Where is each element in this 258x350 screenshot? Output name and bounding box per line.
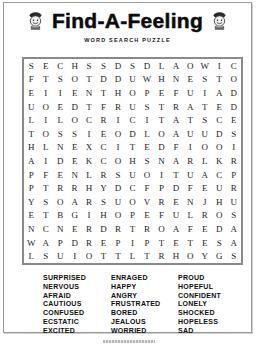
- grid-cell-r6c5: I: [82, 127, 96, 141]
- grid-cell-r3c12: U: [183, 86, 197, 100]
- grid-cell-r9c6: R: [96, 168, 110, 182]
- grid-cell-r12c10: F: [154, 209, 168, 223]
- grid-cell-r6c8: D: [125, 127, 139, 141]
- grid-cell-r3c15: D: [227, 86, 241, 100]
- grid-cell-r1c6: S: [96, 59, 110, 73]
- grid-cell-r10c7: D: [111, 181, 125, 195]
- grid-cell-r5c11: A: [169, 113, 183, 127]
- grid-cell-r7c4: E: [67, 141, 81, 155]
- grid-cell-r5c3: L: [53, 113, 67, 127]
- title-row: Find-A-Feeling: [4, 9, 251, 33]
- grid-cell-r13c4: E: [67, 222, 81, 236]
- word-worried: WORRIED: [111, 327, 160, 336]
- grid-cell-r11c6: S: [96, 195, 110, 209]
- grid-cell-r12c3: B: [53, 209, 67, 223]
- word-happy: HAPPY: [111, 283, 160, 292]
- grid-cell-r13c7: R: [111, 222, 125, 236]
- grid-cell-r13c11: A: [169, 222, 183, 236]
- grid-cell-r14c9: P: [140, 236, 154, 250]
- grid-cell-r9c10: I: [154, 168, 168, 182]
- grid-cell-r10c4: R: [67, 181, 81, 195]
- grid-cell-r5c4: O: [67, 113, 81, 127]
- grid-cell-r9c15: P: [227, 168, 241, 182]
- word-lonely: LONELY: [178, 300, 221, 309]
- grid-cell-r2c6: D: [96, 73, 110, 87]
- grid-cell-r2c2: T: [38, 73, 52, 87]
- grid-cell-r14c8: I: [125, 236, 139, 250]
- grid-cell-r3c13: I: [198, 86, 212, 100]
- grid-cell-r10c11: D: [169, 181, 183, 195]
- word-afraid: AFRAID: [43, 292, 86, 301]
- grid-cell-r15c4: I: [67, 249, 81, 263]
- grid-cell-r11c1: Y: [24, 195, 38, 209]
- grid-cell-r8c1: A: [24, 154, 38, 168]
- grid-cell-r15c12: O: [183, 249, 197, 263]
- grid-cell-r12c13: R: [198, 209, 212, 223]
- grid-cell-r4c10: T: [154, 100, 168, 114]
- grid-cell-r1c1: S: [24, 59, 38, 73]
- grid-cell-r2c3: S: [53, 73, 67, 87]
- grid-cell-r11c5: R: [82, 195, 96, 209]
- grid-cell-r15c8: L: [125, 249, 139, 263]
- word-frustrated: FRUSTRATED: [111, 300, 160, 309]
- page-title: Find-A-Feeling: [52, 9, 203, 33]
- grid-cell-r15c6: T: [96, 249, 110, 263]
- grid-cell-r4c8: U: [125, 100, 139, 114]
- grid-cell-r11c12: N: [183, 195, 197, 209]
- grid-cell-r6c9: L: [140, 127, 154, 141]
- word-cautious: CAUTIOUS: [43, 300, 86, 309]
- worksheet-page: Find-A-Feeling WORD SEARCH PUZZLE SECHSS…: [3, 2, 252, 333]
- grid-cell-r6c7: O: [111, 127, 125, 141]
- grid-cell-r12c6: H: [96, 209, 110, 223]
- detective-kid-icon: [27, 11, 44, 31]
- grid-cell-r15c11: H: [169, 249, 183, 263]
- grid-cell-r13c5: R: [82, 222, 96, 236]
- grid-cell-r1c11: A: [169, 59, 183, 73]
- grid-cell-r10c3: R: [53, 181, 67, 195]
- footer-fine-print: [103, 340, 155, 343]
- grid-cell-r14c5: R: [82, 236, 96, 250]
- grid-cell-r14c2: A: [38, 236, 52, 250]
- grid-cell-r10c14: U: [212, 181, 226, 195]
- grid-cell-r8c11: A: [169, 154, 183, 168]
- grid-cell-r13c15: A: [227, 222, 241, 236]
- grid-cell-r6c11: A: [169, 127, 183, 141]
- grid-cell-r12c7: O: [111, 209, 125, 223]
- word-shocked: SHOCKED: [178, 309, 221, 318]
- grid-cell-r13c13: E: [198, 222, 212, 236]
- grid-cell-r1c4: H: [67, 59, 81, 73]
- grid-cell-r7c12: I: [183, 141, 197, 155]
- grid-cell-r9c11: T: [169, 168, 183, 182]
- grid-cell-r15c2: S: [38, 249, 52, 263]
- grid-cell-r8c6: C: [96, 154, 110, 168]
- grid-cell-r14c11: E: [169, 236, 183, 250]
- grid-cell-r6c3: S: [53, 127, 67, 141]
- grid-cell-r4c2: O: [38, 100, 52, 114]
- grid-cell-r10c15: R: [227, 181, 241, 195]
- grid-cell-r12c14: O: [212, 209, 226, 223]
- grid-cell-r11c2: S: [38, 195, 52, 209]
- grid-cell-r3c6: T: [96, 86, 110, 100]
- grid-cell-r7c14: O: [212, 141, 226, 155]
- grid-cell-r4c3: E: [53, 100, 67, 114]
- grid-cell-r13c1: N: [24, 222, 38, 236]
- grid-cell-r7c5: X: [82, 141, 96, 155]
- grid-cell-r14c3: P: [53, 236, 67, 250]
- grid-cell-r1c8: S: [125, 59, 139, 73]
- grid-cell-r2c13: S: [198, 73, 212, 87]
- grid-cell-r14c4: D: [67, 236, 81, 250]
- grid-cell-r13c8: T: [125, 222, 139, 236]
- word-grid: SECHSSDSDLAOWICFTSOTDDUWHNESTOEIIENTHOPE…: [24, 59, 241, 263]
- grid-cell-r8c4: E: [67, 154, 81, 168]
- grid-cell-r6c10: O: [154, 127, 168, 141]
- grid-cell-r7c8: T: [125, 141, 139, 155]
- word-nervous: NERVOUS: [43, 283, 86, 292]
- grid-cell-r2c11: N: [169, 73, 183, 87]
- grid-cell-r1c12: O: [183, 59, 197, 73]
- grid-cell-r4c7: R: [111, 100, 125, 114]
- grid-cell-r6c1: T: [24, 127, 38, 141]
- grid-cell-r7c15: I: [227, 141, 241, 155]
- grid-cell-r9c3: E: [53, 168, 67, 182]
- grid-cell-r5c9: I: [140, 113, 154, 127]
- word-hopeless: HOPELESS: [178, 318, 221, 327]
- grid-cell-r10c9: F: [140, 181, 154, 195]
- grid-cell-r6c13: U: [198, 127, 212, 141]
- grid-cell-r9c13: A: [198, 168, 212, 182]
- grid-cell-r2c7: D: [111, 73, 125, 87]
- subtitle: WORD SEARCH PUZZLE: [4, 37, 251, 43]
- grid-cell-r5c7: I: [111, 113, 125, 127]
- grid-cell-r9c5: L: [82, 168, 96, 182]
- grid-cell-r8c14: K: [212, 154, 226, 168]
- grid-cell-r3c3: I: [53, 86, 67, 100]
- grid-cell-r15c1: L: [24, 249, 38, 263]
- grid-cell-r15c14: G: [212, 249, 226, 263]
- grid-cell-r7c9: E: [140, 141, 154, 155]
- grid-cell-r7c7: I: [111, 141, 125, 155]
- grid-cell-r14c1: W: [24, 236, 38, 250]
- grid-cell-r1c15: C: [227, 59, 241, 73]
- word-ecstatic: ECSTATIC: [43, 318, 86, 327]
- grid-cell-r14c14: S: [212, 236, 226, 250]
- grid-cell-r12c9: E: [140, 209, 154, 223]
- grid-cell-r3c11: F: [169, 86, 183, 100]
- grid-cell-r12c4: G: [67, 209, 81, 223]
- grid-cell-r11c14: H: [212, 195, 226, 209]
- grid-cell-r13c14: D: [212, 222, 226, 236]
- grid-cell-r12c15: S: [227, 209, 241, 223]
- grid-cell-r10c5: H: [82, 181, 96, 195]
- grid-cell-r15c5: O: [82, 249, 96, 263]
- grid-cell-r13c6: D: [96, 222, 110, 236]
- grid-cell-r9c2: F: [38, 168, 52, 182]
- grid-cell-r14c12: T: [183, 236, 197, 250]
- grid-cell-r12c2: T: [38, 209, 52, 223]
- grid-cell-r11c13: J: [198, 195, 212, 209]
- grid-cell-r2c8: U: [125, 73, 139, 87]
- grid-cell-r15c15: S: [227, 249, 241, 263]
- grid-cell-r4c6: F: [96, 100, 110, 114]
- word-confused: CONFUSED: [43, 309, 86, 318]
- grid-cell-r10c12: F: [183, 181, 197, 195]
- grid-cell-r1c10: L: [154, 59, 168, 73]
- grid-cell-r10c8: C: [125, 181, 139, 195]
- grid-cell-r3c9: P: [140, 86, 154, 100]
- grid-cell-r5c14: C: [212, 113, 226, 127]
- word-column-2: ENRAGEDHAPPYANGRYFRUSTRATEDBOREDJEALOUSW…: [111, 274, 160, 336]
- grid-cell-r9c7: S: [111, 168, 125, 182]
- grid-cell-r14c10: T: [154, 236, 168, 250]
- grid-cell-r2c9: W: [140, 73, 154, 87]
- grid-cell-r7c2: L: [38, 141, 52, 155]
- grid-cell-r2c5: T: [82, 73, 96, 87]
- grid-cell-r6c12: U: [183, 127, 197, 141]
- grid-cell-r4c15: D: [227, 100, 241, 114]
- grid-cell-r14c15: A: [227, 236, 241, 250]
- grid-cell-r1c14: I: [212, 59, 226, 73]
- grid-cell-r4c11: R: [169, 100, 183, 114]
- grid-cell-r10c2: T: [38, 181, 52, 195]
- grid-cell-r2c12: E: [183, 73, 197, 87]
- word-bored: BORED: [111, 309, 160, 318]
- grid-cell-r1c3: C: [53, 59, 67, 73]
- grid-cell-r9c14: C: [212, 168, 226, 182]
- grid-cell-r13c12: F: [183, 222, 197, 236]
- grid-cell-r12c5: I: [82, 209, 96, 223]
- grid-cell-r3c8: O: [125, 86, 139, 100]
- word-angry: ANGRY: [111, 292, 160, 301]
- word-sad: SAD: [178, 327, 221, 336]
- grid-cell-r14c6: E: [96, 236, 110, 250]
- grid-cell-r15c10: R: [154, 249, 168, 263]
- grid-cell-r12c1: E: [24, 209, 38, 223]
- grid-cell-r4c12: A: [183, 100, 197, 114]
- grid-cell-r7c1: H: [24, 141, 38, 155]
- grid-cell-r9c8: U: [125, 168, 139, 182]
- grid-cell-r12c12: L: [183, 209, 197, 223]
- grid-cell-r10c10: P: [154, 181, 168, 195]
- grid-cell-r2c15: O: [227, 73, 241, 87]
- word-column-3: PROUDHOPEFULCONFIDENTLONELYSHOCKEDHOPELE…: [178, 274, 221, 336]
- grid-cell-r8c5: K: [82, 154, 96, 168]
- grid-cell-r2c4: O: [67, 73, 81, 87]
- grid-cell-r7c10: D: [154, 141, 168, 155]
- grid-cell-r6c15: S: [227, 127, 241, 141]
- grid-cell-r5c2: I: [38, 113, 52, 127]
- grid-cell-r4c14: E: [212, 100, 226, 114]
- grid-cell-r6c2: O: [38, 127, 52, 141]
- word-confident: CONFIDENT: [178, 292, 221, 301]
- grid-cell-r3c7: H: [111, 86, 125, 100]
- grid-cell-r5c10: T: [154, 113, 168, 127]
- word-jealous: JEALOUS: [111, 318, 160, 327]
- grid-cell-r4c9: S: [140, 100, 154, 114]
- grid-cell-r4c13: T: [198, 100, 212, 114]
- grid-cell-r2c10: H: [154, 73, 168, 87]
- grid-cell-r8c8: H: [125, 154, 139, 168]
- grid-cell-r6c6: E: [96, 127, 110, 141]
- grid-cell-r6c4: S: [67, 127, 81, 141]
- grid-cell-r9c1: P: [24, 168, 38, 182]
- grid-cell-r5c5: C: [82, 113, 96, 127]
- grid-cell-r7c13: O: [198, 141, 212, 155]
- grid-cell-r11c7: U: [111, 195, 125, 209]
- grid-cell-r14c13: E: [198, 236, 212, 250]
- grid-cell-r11c8: O: [125, 195, 139, 209]
- detective-kid-icon: [211, 11, 228, 31]
- grid-cell-r9c9: O: [140, 168, 154, 182]
- grid-cell-r5c1: L: [24, 113, 38, 127]
- grid-cell-r6c14: D: [212, 127, 226, 141]
- grid-cell-r8c3: D: [53, 154, 67, 168]
- grid-cell-r1c2: E: [38, 59, 52, 73]
- grid-cell-r9c12: U: [183, 168, 197, 182]
- grid-cell-r8c9: S: [140, 154, 154, 168]
- grid-cell-r12c8: P: [125, 209, 139, 223]
- grid-cell-r7c3: N: [53, 141, 67, 155]
- grid-cell-r11c9: V: [140, 195, 154, 209]
- grid-cell-r10c13: E: [198, 181, 212, 195]
- grid-cell-r5c15: E: [227, 113, 241, 127]
- grid-cell-r5c6: R: [96, 113, 110, 127]
- word-hopeful: HOPEFUL: [178, 283, 221, 292]
- grid-cell-r5c13: S: [198, 113, 212, 127]
- grid-cell-r2c1: F: [24, 73, 38, 87]
- grid-cell-r4c1: U: [24, 100, 38, 114]
- grid-cell-r15c9: T: [140, 249, 154, 263]
- word-enraged: ENRAGED: [111, 274, 160, 283]
- grid-cell-r13c10: O: [154, 222, 168, 236]
- grid-cell-r4c4: D: [67, 100, 81, 114]
- grid-cell-r15c3: U: [53, 249, 67, 263]
- grid-cell-r8c12: R: [183, 154, 197, 168]
- grid-cell-r10c1: P: [24, 181, 38, 195]
- grid-cell-r8c2: I: [38, 154, 52, 168]
- grid-cell-r5c8: C: [125, 113, 139, 127]
- grid-cell-r3c10: E: [154, 86, 168, 100]
- grid-cell-r3c5: N: [82, 86, 96, 100]
- grid-cell-r8c15: R: [227, 154, 241, 168]
- grid-cell-r9c4: N: [67, 168, 81, 182]
- word-proud: PROUD: [178, 274, 221, 283]
- grid-cell-r1c5: S: [82, 59, 96, 73]
- grid-cell-r8c7: O: [111, 154, 125, 168]
- grid-cell-r8c10: N: [154, 154, 168, 168]
- grid-cell-r12c11: U: [169, 209, 183, 223]
- grid-cell-r11c10: R: [154, 195, 168, 209]
- word-surprised: SURPRISED: [43, 274, 86, 283]
- grid-cell-r7c6: C: [96, 141, 110, 155]
- grid-cell-r3c1: E: [24, 86, 38, 100]
- grid-cell-r7c11: F: [169, 141, 183, 155]
- word-grid-frame: SECHSSDSDLAOWICFTSOTDDUWHNESTOEIIENTHOPE…: [22, 57, 243, 265]
- grid-cell-r3c14: A: [212, 86, 226, 100]
- grid-cell-r14c7: P: [111, 236, 125, 250]
- grid-cell-r3c4: E: [67, 86, 81, 100]
- grid-cell-r11c11: E: [169, 195, 183, 209]
- grid-cell-r8c13: L: [198, 154, 212, 168]
- grid-cell-r11c4: A: [67, 195, 81, 209]
- grid-cell-r2c14: T: [212, 73, 226, 87]
- grid-cell-r15c13: Y: [198, 249, 212, 263]
- word-column-1: SURPRISEDNERVOUSAFRAIDCAUTIOUSCONFUSEDEC…: [43, 274, 86, 336]
- grid-cell-r13c2: C: [38, 222, 52, 236]
- grid-cell-r4c5: T: [82, 100, 96, 114]
- grid-cell-r5c12: T: [183, 113, 197, 127]
- grid-cell-r1c7: D: [111, 59, 125, 73]
- grid-cell-r1c9: D: [140, 59, 154, 73]
- grid-cell-r11c15: U: [227, 195, 241, 209]
- word-excited: EXCITED: [43, 327, 86, 336]
- grid-cell-r15c7: T: [111, 249, 125, 263]
- grid-cell-r13c3: N: [53, 222, 67, 236]
- grid-cell-r3c2: I: [38, 86, 52, 100]
- grid-cell-r1c13: W: [198, 59, 212, 73]
- grid-cell-r13c9: R: [140, 222, 154, 236]
- grid-cell-r11c3: O: [53, 195, 67, 209]
- grid-cell-r10c6: Y: [96, 181, 110, 195]
